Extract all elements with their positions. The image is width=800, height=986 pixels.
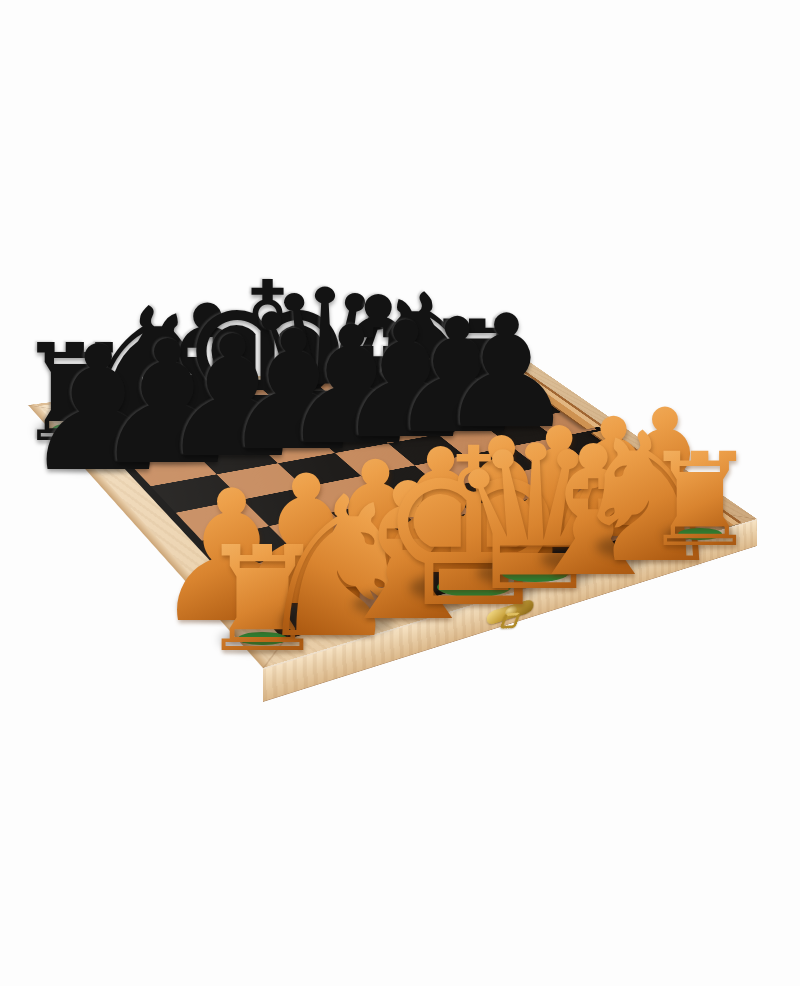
chess-set-photo: Closed wooden folding chess box used as … xyxy=(0,0,800,986)
photo-caption: Closed wooden folding chess box used as … xyxy=(0,0,1,1)
piece-glyph: ♜ xyxy=(642,436,758,565)
